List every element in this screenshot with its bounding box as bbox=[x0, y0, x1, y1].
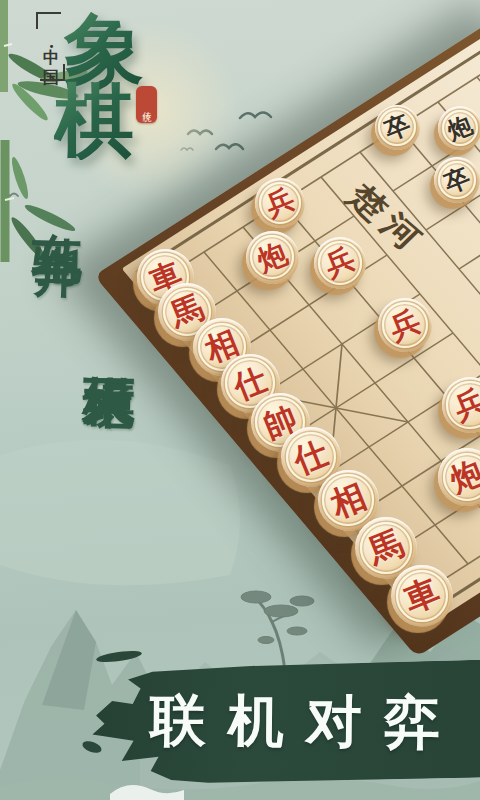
bottom-white-wave bbox=[110, 785, 184, 800]
title-char-qi: 棋 bbox=[54, 80, 134, 160]
tree bbox=[241, 591, 314, 670]
play-online-banner[interactable]: 联机对弈 bbox=[83, 659, 480, 786]
bird-icon bbox=[2, 194, 18, 197]
app-logo: 中·国 象 棋 传统 bbox=[0, 0, 220, 180]
slogan-column-1: 车驰马奔 bbox=[26, 190, 94, 216]
river-text-left: 楚河 bbox=[340, 176, 434, 260]
tradition-seal-label: 传统 bbox=[140, 104, 153, 106]
mountain-left-shade bbox=[42, 610, 96, 710]
brand-frame: 中·国 bbox=[36, 12, 65, 81]
mist-wash bbox=[0, 440, 240, 586]
banner-ink-fleck bbox=[96, 649, 143, 664]
banner-ink-fleck bbox=[81, 739, 103, 755]
play-online-label: 联机对弈 bbox=[150, 683, 463, 762]
brand-country-label: 中·国 bbox=[40, 36, 61, 58]
slogan-column-2: 棋术绝天下 bbox=[76, 333, 146, 340]
tradition-seal: 传统 bbox=[136, 86, 157, 123]
